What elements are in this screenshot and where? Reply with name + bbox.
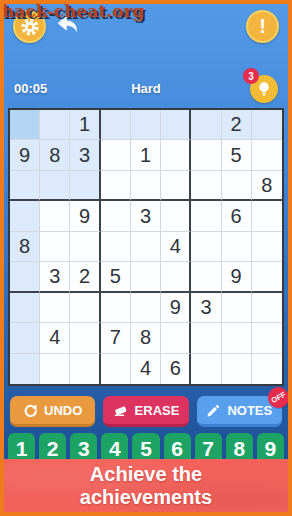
banner-line1: Achieve the: [90, 463, 202, 485]
cell-r6c7[interactable]: [191, 262, 221, 292]
cell-r2c1[interactable]: 9: [10, 140, 40, 170]
cell-r3c5[interactable]: [131, 171, 161, 201]
cell-r2c3[interactable]: 3: [70, 140, 100, 170]
undo-refresh-icon: [23, 403, 38, 418]
cell-r9c1[interactable]: [10, 354, 40, 384]
cell-r4c8[interactable]: 6: [222, 201, 252, 231]
cell-r9c7[interactable]: [191, 354, 221, 384]
cell-r7c9[interactable]: [252, 293, 282, 323]
cell-r9c5[interactable]: 4: [131, 354, 161, 384]
cell-r8c7[interactable]: [191, 323, 221, 353]
cell-r4c1[interactable]: [10, 201, 40, 231]
cell-r5c7[interactable]: [191, 232, 221, 262]
cell-r8c1[interactable]: [10, 323, 40, 353]
cell-r1c1[interactable]: [10, 110, 40, 140]
pencil-icon: [206, 403, 221, 418]
cell-r7c3[interactable]: [70, 293, 100, 323]
cell-r1c4[interactable]: [101, 110, 131, 140]
cell-r7c1[interactable]: [10, 293, 40, 323]
cell-r6c6[interactable]: [161, 262, 191, 292]
cell-r8c9[interactable]: [252, 323, 282, 353]
cell-r8c3[interactable]: [70, 323, 100, 353]
notes-label: NOTES: [227, 403, 272, 418]
cell-r3c2[interactable]: [40, 171, 70, 201]
cell-r1c7[interactable]: [191, 110, 221, 140]
cell-r5c2[interactable]: [40, 232, 70, 262]
cell-r9c6[interactable]: 6: [161, 354, 191, 384]
undo-button[interactable]: UNDO: [10, 396, 95, 427]
notes-button[interactable]: NOTES OFF: [197, 396, 282, 427]
cell-r5c9[interactable]: [252, 232, 282, 262]
cell-r2c8[interactable]: 5: [222, 140, 252, 170]
cell-r2c2[interactable]: 8: [40, 140, 70, 170]
cell-r9c2[interactable]: [40, 354, 70, 384]
cell-r2c9[interactable]: [252, 140, 282, 170]
cell-r5c5[interactable]: [131, 232, 161, 262]
cell-r1c2[interactable]: [40, 110, 70, 140]
cell-r1c6[interactable]: [161, 110, 191, 140]
cell-r4c5[interactable]: 3: [131, 201, 161, 231]
back-undo-button[interactable]: [53, 12, 79, 38]
cell-r1c5[interactable]: [131, 110, 161, 140]
cell-r5c3[interactable]: [70, 232, 100, 262]
cell-r8c2[interactable]: 4: [40, 323, 70, 353]
cell-r4c4[interactable]: [101, 201, 131, 231]
cell-r1c8[interactable]: 2: [222, 110, 252, 140]
banner-line2: achievements: [80, 486, 212, 508]
cell-r3c3[interactable]: [70, 171, 100, 201]
cell-r4c6[interactable]: [161, 201, 191, 231]
cell-r9c4[interactable]: [101, 354, 131, 384]
eraser-icon: [113, 403, 129, 418]
undo-curved-arrow-icon: [53, 12, 79, 38]
cell-r6c9[interactable]: [252, 262, 282, 292]
cell-r4c9[interactable]: [252, 201, 282, 231]
cell-r8c6[interactable]: [161, 323, 191, 353]
cell-r4c2[interactable]: [40, 201, 70, 231]
sudoku-board: 129831589368432599347846: [8, 108, 284, 386]
cell-r7c5[interactable]: [131, 293, 161, 323]
cell-r9c3[interactable]: [70, 354, 100, 384]
cell-r6c3[interactable]: 2: [70, 262, 100, 292]
cell-r5c6[interactable]: 4: [161, 232, 191, 262]
lightbulb-icon: [256, 81, 272, 97]
cell-r2c5[interactable]: 1: [131, 140, 161, 170]
pause-alert-button[interactable]: !: [246, 10, 279, 43]
cell-r7c7[interactable]: 3: [191, 293, 221, 323]
erase-label: ERASE: [135, 403, 180, 418]
cell-r4c7[interactable]: [191, 201, 221, 231]
cell-r6c8[interactable]: 9: [222, 262, 252, 292]
cell-r6c5[interactable]: [131, 262, 161, 292]
cell-r3c1[interactable]: [10, 171, 40, 201]
cell-r7c6[interactable]: 9: [161, 293, 191, 323]
cell-r9c8[interactable]: [222, 354, 252, 384]
cell-r2c4[interactable]: [101, 140, 131, 170]
cell-r8c5[interactable]: 8: [131, 323, 161, 353]
cell-r9c9[interactable]: [252, 354, 282, 384]
cell-r7c2[interactable]: [40, 293, 70, 323]
hint-button[interactable]: 3: [250, 75, 278, 103]
cell-r2c7[interactable]: [191, 140, 221, 170]
cell-r3c6[interactable]: [161, 171, 191, 201]
difficulty-label: Hard: [4, 81, 288, 96]
cell-r4c3[interactable]: 9: [70, 201, 100, 231]
cell-r1c9[interactable]: [252, 110, 282, 140]
cell-r6c2[interactable]: 3: [40, 262, 70, 292]
toolbar: UNDO ERASE NOTES OFF: [10, 396, 282, 427]
cell-r5c4[interactable]: [101, 232, 131, 262]
achievement-banner[interactable]: Achieve the achievements: [4, 459, 288, 512]
cell-r1c3[interactable]: 1: [70, 110, 100, 140]
cell-r7c8[interactable]: [222, 293, 252, 323]
hint-count-badge: 3: [243, 68, 259, 84]
cell-r7c4[interactable]: [101, 293, 131, 323]
cell-r3c9[interactable]: 8: [252, 171, 282, 201]
cell-r5c1[interactable]: 8: [10, 232, 40, 262]
cell-r8c4[interactable]: 7: [101, 323, 131, 353]
erase-button[interactable]: ERASE: [103, 396, 188, 427]
cell-r6c4[interactable]: 5: [101, 262, 131, 292]
cell-r3c4[interactable]: [101, 171, 131, 201]
cell-r5c8[interactable]: [222, 232, 252, 262]
exclamation-icon: !: [259, 16, 266, 36]
cell-r2c6[interactable]: [161, 140, 191, 170]
settings-button[interactable]: [13, 10, 46, 43]
undo-label: UNDO: [44, 403, 82, 418]
gear-icon: [20, 17, 40, 37]
cell-r3c8[interactable]: [222, 171, 252, 201]
cell-r8c8[interactable]: [222, 323, 252, 353]
cell-r3c7[interactable]: [191, 171, 221, 201]
cell-r6c1[interactable]: [10, 262, 40, 292]
app-frame: hack-cheat.org ! 00:05 Hard: [0, 0, 292, 516]
